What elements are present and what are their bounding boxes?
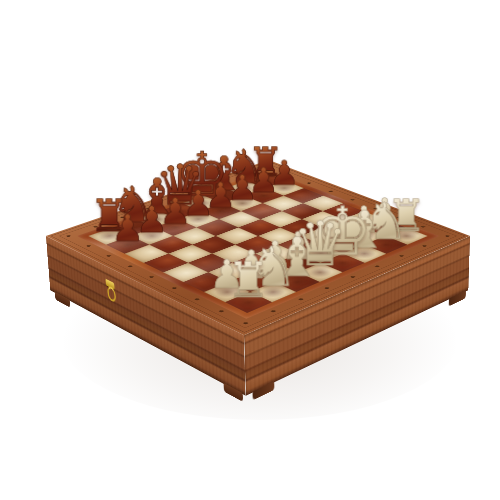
brass-pin-icon: [399, 255, 405, 257]
box-foot: [55, 292, 71, 308]
brass-pin-icon: [298, 298, 304, 301]
piece-glyph: ♜: [205, 256, 293, 304]
brass-latch-icon: [104, 278, 116, 303]
brass-pin-icon: [422, 245, 428, 247]
brass-pin-icon: [350, 276, 356, 279]
piece-glyph: ♟: [87, 210, 168, 246]
brass-pin-icon: [194, 298, 200, 301]
chess-box: ♜♟♟♜♞♟♟♞♝♟♟♝♚♟♟♚♛♟♟♛♝♟♟♝♞♟♟♞♜♟♟♜: [46, 160, 470, 335]
brass-pin-icon: [375, 265, 381, 268]
brass-pin-icon: [127, 265, 133, 268]
brass-pin-icon: [106, 255, 112, 257]
brass-pin-icon: [85, 245, 91, 247]
box-foot: [449, 290, 466, 306]
brass-pin-icon: [324, 287, 330, 290]
chess-set-photo: ♜♟♟♜♞♟♟♞♝♟♟♝♚♟♟♚♛♟♟♛♝♟♟♝♞♟♟♞♜♟♟♜: [0, 0, 500, 500]
brass-pin-icon: [218, 310, 224, 313]
brass-pin-icon: [149, 276, 155, 279]
brass-pin-icon: [271, 310, 277, 313]
brass-pin-icon: [171, 287, 177, 290]
brass-pin-icon: [242, 322, 248, 325]
brass-pin-icon: [328, 190, 333, 192]
